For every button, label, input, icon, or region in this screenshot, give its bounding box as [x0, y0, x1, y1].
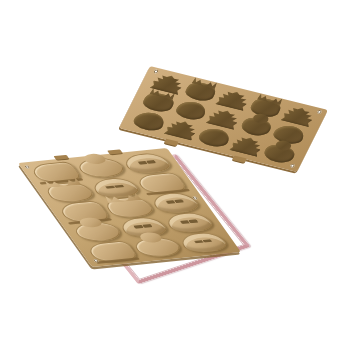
bump-santa [162, 211, 217, 234]
cavity-reindeer [183, 80, 219, 102]
mold-tab [163, 139, 178, 148]
product-photo-scene [0, 0, 350, 350]
cavity-egg [173, 99, 209, 121]
mold-tab [107, 149, 123, 155]
cavity-snowman [239, 115, 275, 137]
cavity-tree [215, 89, 251, 111]
bump-santa [148, 191, 203, 214]
cavity-egg [131, 110, 167, 132]
bump-snowman [130, 236, 185, 259]
bump-snowman [70, 220, 125, 243]
bump-santa [120, 152, 175, 175]
corner-hole [290, 164, 296, 169]
bump-sleigh [28, 161, 83, 184]
bump-sleigh [134, 172, 189, 195]
front-mold-sheet [18, 148, 241, 267]
bump-santa [176, 231, 231, 254]
front-mold-shape-grid [26, 152, 233, 264]
cavity-tree [229, 134, 265, 156]
cavity-egg [196, 126, 232, 148]
cavity-snowman [262, 142, 298, 164]
bump-reindeer [42, 181, 97, 204]
bump-reindeer [102, 196, 157, 219]
cavity-tree [206, 107, 242, 129]
cavity-reindeer [141, 91, 177, 113]
corner-hole [317, 110, 323, 115]
cavity-tree [150, 72, 186, 94]
bump-santa [88, 176, 143, 199]
cavity-tree [164, 118, 200, 140]
mold-tab [232, 155, 247, 164]
mold-tab [54, 155, 70, 161]
cavity-tree [281, 105, 317, 127]
bump-snowman [74, 157, 129, 180]
